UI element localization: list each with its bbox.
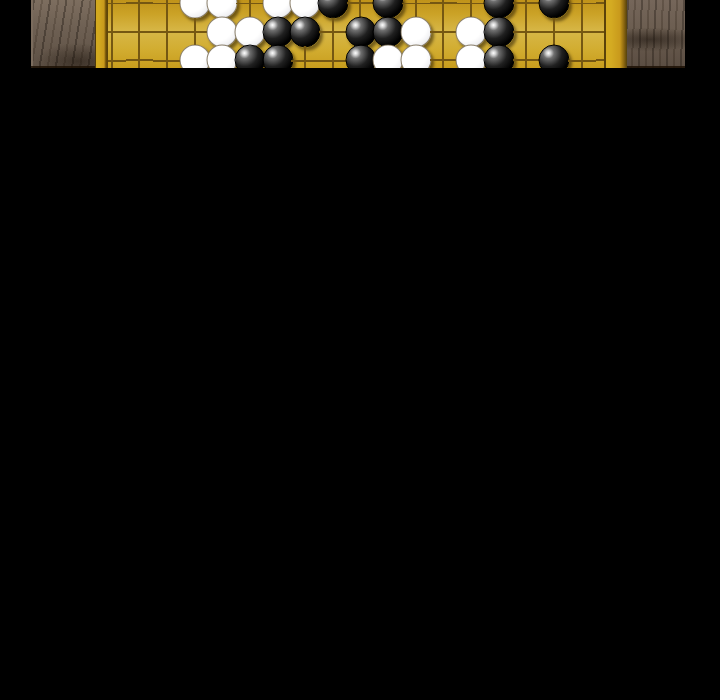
board-grid bbox=[98, 0, 623, 68]
board-intersection bbox=[430, 18, 458, 47]
board-intersection bbox=[153, 46, 181, 68]
board-intersection bbox=[430, 0, 458, 18]
white-stone bbox=[456, 16, 487, 47]
board-intersection bbox=[291, 46, 319, 68]
board-intersection bbox=[457, 18, 485, 47]
black-stone bbox=[539, 45, 570, 68]
board-intersection bbox=[513, 46, 541, 68]
board-intersection bbox=[402, 46, 430, 68]
board-intersection bbox=[347, 0, 375, 18]
board-intersection bbox=[126, 46, 154, 68]
board-intersection bbox=[291, 18, 319, 47]
board-intersection bbox=[236, 46, 264, 68]
board-intersection bbox=[209, 18, 237, 47]
board-intersection bbox=[319, 18, 347, 47]
board-intersection bbox=[402, 0, 430, 18]
board-intersection bbox=[153, 0, 181, 18]
white-stone bbox=[179, 45, 210, 68]
board-intersection bbox=[513, 0, 541, 18]
board-intersection bbox=[209, 0, 237, 18]
board-intersection bbox=[153, 18, 181, 47]
board-intersection bbox=[485, 0, 513, 18]
black-stone bbox=[262, 45, 293, 68]
board-intersection bbox=[374, 46, 402, 68]
board-intersection bbox=[319, 0, 347, 18]
white-stone bbox=[373, 45, 404, 68]
white-stone bbox=[207, 45, 238, 68]
board-intersection bbox=[374, 18, 402, 47]
board-intersection bbox=[485, 46, 513, 68]
black-stone bbox=[290, 16, 321, 47]
black-stone bbox=[483, 45, 514, 68]
board-intersection bbox=[568, 46, 596, 68]
white-stone bbox=[235, 16, 266, 47]
go-board bbox=[95, 0, 627, 68]
board-intersection bbox=[264, 0, 292, 18]
board-intersection bbox=[209, 46, 237, 68]
board-intersection bbox=[485, 18, 513, 47]
board-intersection bbox=[236, 0, 264, 18]
board-border-left bbox=[95, 0, 108, 68]
board-intersection bbox=[236, 18, 264, 47]
board-intersection bbox=[264, 46, 292, 68]
board-intersection bbox=[457, 0, 485, 18]
board-intersection bbox=[457, 46, 485, 68]
comic-panel-go-board bbox=[0, 0, 720, 68]
board-intersection bbox=[264, 18, 292, 47]
board-intersection bbox=[181, 18, 209, 47]
board-intersection bbox=[540, 46, 568, 68]
black-stone bbox=[262, 16, 293, 47]
white-stone bbox=[456, 45, 487, 68]
board-intersection bbox=[291, 0, 319, 18]
white-stone bbox=[207, 16, 238, 47]
board-intersection bbox=[540, 18, 568, 47]
white-stone bbox=[400, 45, 431, 68]
white-stone bbox=[400, 16, 431, 47]
board-intersection bbox=[568, 18, 596, 47]
black-stone bbox=[373, 16, 404, 47]
board-intersection bbox=[181, 0, 209, 18]
white-stone bbox=[179, 0, 210, 19]
board-border-right bbox=[604, 0, 627, 68]
board-intersection bbox=[513, 18, 541, 47]
board-intersection bbox=[126, 0, 154, 18]
black-stone bbox=[345, 45, 376, 68]
board-intersection bbox=[430, 46, 458, 68]
board-intersection bbox=[568, 0, 596, 18]
board-intersection bbox=[181, 46, 209, 68]
table-wood-left bbox=[31, 0, 97, 68]
board-intersection bbox=[540, 0, 568, 18]
board-intersection bbox=[347, 18, 375, 47]
black-stone bbox=[317, 0, 348, 19]
board-intersection bbox=[347, 46, 375, 68]
black-stone bbox=[345, 16, 376, 47]
black-stone bbox=[483, 16, 514, 47]
board-intersection bbox=[126, 18, 154, 47]
black-stone bbox=[539, 0, 570, 19]
comic-page bbox=[0, 0, 720, 700]
board-intersection bbox=[319, 46, 347, 68]
table-wood-right bbox=[627, 0, 685, 68]
board-intersection bbox=[374, 0, 402, 18]
black-stone bbox=[235, 45, 266, 68]
board-intersection bbox=[402, 18, 430, 47]
